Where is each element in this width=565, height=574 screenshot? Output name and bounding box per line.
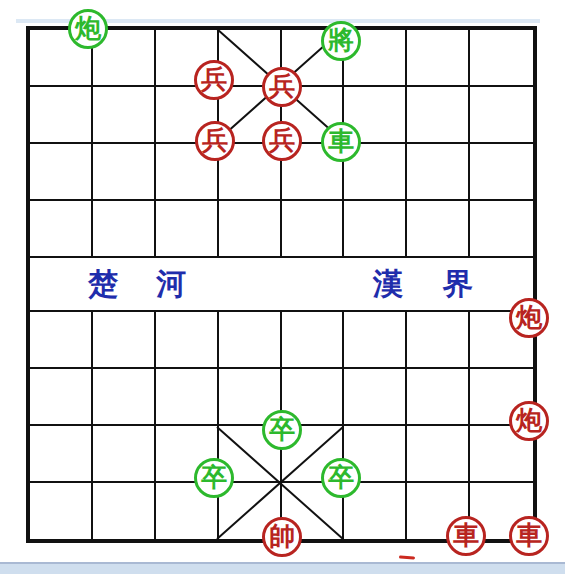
board-cell[interactable] [407, 312, 470, 369]
board-cell[interactable] [93, 201, 156, 258]
piece-glyph: 兵 [269, 69, 295, 104]
piece-glyph: 車 [328, 124, 354, 159]
board-cell[interactable] [470, 201, 533, 258]
piece-green-soldier[interactable]: 卒 [194, 458, 234, 498]
piece-glyph: 卒 [328, 460, 354, 495]
piece-green-soldier[interactable]: 卒 [262, 410, 302, 450]
board-cell[interactable] [93, 312, 156, 369]
piece-glyph: 兵 [269, 123, 295, 158]
piece-red-soldier[interactable]: 兵 [262, 67, 302, 107]
piece-red-soldier[interactable]: 兵 [262, 121, 302, 161]
piece-glyph: 炮 [516, 403, 542, 438]
board-cell[interactable] [30, 201, 93, 258]
piece-red-soldier[interactable]: 兵 [194, 60, 234, 100]
board-cell[interactable] [30, 144, 93, 201]
river-label-he: 河 [154, 267, 188, 301]
board-cell[interactable] [156, 369, 219, 426]
piece-glyph: 帥 [269, 519, 295, 554]
piece-green-cannon[interactable]: 炮 [68, 9, 108, 49]
piece-glyph: 兵 [202, 123, 228, 158]
piece-glyph: 車 [453, 518, 479, 553]
board-cell[interactable] [93, 369, 156, 426]
piece-glyph: 炮 [75, 11, 101, 46]
board-cell[interactable] [156, 201, 219, 258]
red-dash-mark [399, 555, 415, 559]
board-cell[interactable] [407, 426, 470, 483]
piece-glyph: 炮 [516, 300, 542, 335]
piece-red-cannon[interactable]: 炮 [509, 401, 549, 441]
board-cell[interactable] [93, 144, 156, 201]
piece-red-cannon[interactable]: 炮 [509, 298, 549, 338]
board-cell[interactable] [30, 312, 93, 369]
board-cell[interactable] [30, 369, 93, 426]
board-cell[interactable] [30, 426, 93, 483]
board-cell[interactable] [344, 369, 407, 426]
board-cell[interactable] [470, 87, 533, 144]
window-bottom-band [0, 562, 565, 574]
piece-red-general[interactable]: 帥 [262, 517, 302, 557]
river-label-jie: 界 [441, 267, 475, 301]
board-cell[interactable] [93, 87, 156, 144]
piece-glyph: 將 [328, 23, 354, 58]
board-cell[interactable] [219, 201, 282, 258]
piece-glyph: 卒 [269, 412, 295, 447]
board-cell[interactable] [156, 312, 219, 369]
board-cell[interactable] [470, 144, 533, 201]
piece-green-soldier[interactable]: 卒 [321, 458, 361, 498]
screenshot-root: 楚 河 漢 界 炮將兵兵兵兵車炮炮卒卒卒帥車車 [0, 0, 565, 574]
river-label-han: 漢 [371, 267, 405, 301]
board-cell[interactable] [219, 312, 282, 369]
board-cell[interactable] [30, 483, 93, 539]
board-cell[interactable] [282, 201, 345, 258]
board-cell[interactable] [93, 426, 156, 483]
board-cell[interactable] [407, 87, 470, 144]
piece-green-chariot[interactable]: 車 [321, 122, 361, 162]
piece-glyph: 卒 [201, 460, 227, 495]
board-cell[interactable] [344, 201, 407, 258]
piece-glyph: 車 [516, 518, 542, 553]
board-cell[interactable] [407, 369, 470, 426]
board-cell[interactable] [407, 201, 470, 258]
board-cell[interactable] [407, 30, 470, 87]
board-cell[interactable] [470, 30, 533, 87]
board-cell[interactable] [282, 312, 345, 369]
piece-green-general[interactable]: 將 [321, 21, 361, 61]
river-label-chu: 楚 [86, 267, 120, 301]
board-cell[interactable] [93, 483, 156, 539]
piece-red-soldier[interactable]: 兵 [195, 121, 235, 161]
piece-glyph: 兵 [201, 62, 227, 97]
board-cell[interactable] [30, 87, 93, 144]
piece-red-chariot[interactable]: 車 [446, 516, 486, 556]
piece-red-chariot[interactable]: 車 [509, 516, 549, 556]
board-cell[interactable] [407, 144, 470, 201]
board-cell[interactable] [344, 312, 407, 369]
